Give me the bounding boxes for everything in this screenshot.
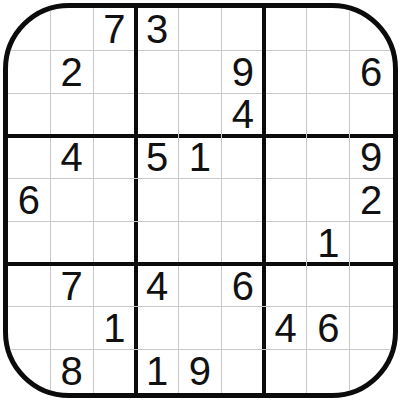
cell-r4c2[interactable]: 4 [50,136,93,179]
cell-r2c8[interactable] [307,50,350,93]
cell-r3c1[interactable] [8,93,51,136]
cell-r8c9[interactable] [350,307,393,350]
cell-r3c5[interactable] [179,93,222,136]
cell-r4c3[interactable] [93,136,136,179]
cell-r1c7[interactable] [264,8,307,51]
cell-r8c8[interactable]: 6 [307,307,350,350]
cell-r7c6[interactable]: 6 [221,264,264,307]
cell-r1c2[interactable] [50,8,93,51]
cell-r2c9[interactable]: 6 [350,50,393,93]
cell-r6c9[interactable] [350,221,393,264]
cell-r8c6[interactable] [221,307,264,350]
sudoku-board: 7329644519621746146819 [0,0,400,400]
cell-r6c7[interactable] [264,221,307,264]
cell-r3c7[interactable] [264,93,307,136]
cell-r4c4[interactable]: 5 [136,136,179,179]
cell-r2c2[interactable]: 2 [50,50,93,93]
cell-r2c3[interactable] [93,50,136,93]
cell-r1c3[interactable]: 7 [93,8,136,51]
cell-r1c9[interactable] [350,8,393,51]
cell-r8c2[interactable] [50,307,93,350]
cell-r9c3[interactable] [93,350,136,393]
cell-r5c8[interactable] [307,179,350,222]
cell-r6c4[interactable] [136,221,179,264]
cell-r5c2[interactable] [50,179,93,222]
cell-r9c7[interactable] [264,350,307,393]
cell-r3c2[interactable] [50,93,93,136]
board-frame: 7329644519621746146819 [3,3,398,398]
cell-r7c3[interactable] [93,264,136,307]
cell-r8c3[interactable]: 1 [93,307,136,350]
cell-r1c6[interactable] [221,8,264,51]
cell-r2c6[interactable]: 9 [221,50,264,93]
cell-r1c1[interactable] [8,8,51,51]
cell-grid: 7329644519621746146819 [8,8,393,393]
cell-r7c4[interactable]: 4 [136,264,179,307]
cell-r5c1[interactable]: 6 [8,179,51,222]
cell-r6c1[interactable] [8,221,51,264]
cell-r2c5[interactable] [179,50,222,93]
cell-r4c8[interactable] [307,136,350,179]
cell-r3c4[interactable] [136,93,179,136]
cell-r6c8[interactable]: 1 [307,221,350,264]
cell-r7c7[interactable] [264,264,307,307]
cell-r3c6[interactable]: 4 [221,93,264,136]
cell-r6c6[interactable] [221,221,264,264]
cell-r5c6[interactable] [221,179,264,222]
cell-r9c2[interactable]: 8 [50,350,93,393]
cell-r9c9[interactable] [350,350,393,393]
cell-r7c5[interactable] [179,264,222,307]
cell-r2c1[interactable] [8,50,51,93]
cell-r7c1[interactable] [8,264,51,307]
cell-r2c4[interactable] [136,50,179,93]
cell-r6c2[interactable] [50,221,93,264]
cell-r6c3[interactable] [93,221,136,264]
cell-r8c7[interactable]: 4 [264,307,307,350]
cell-r8c4[interactable] [136,307,179,350]
cell-r9c6[interactable] [221,350,264,393]
cell-r8c5[interactable] [179,307,222,350]
cell-r4c6[interactable] [221,136,264,179]
cell-r5c3[interactable] [93,179,136,222]
cell-r1c8[interactable] [307,8,350,51]
cell-r4c7[interactable] [264,136,307,179]
cell-r1c5[interactable] [179,8,222,51]
cell-r9c5[interactable]: 9 [179,350,222,393]
cell-r4c5[interactable]: 1 [179,136,222,179]
cell-r4c9[interactable]: 9 [350,136,393,179]
cell-r1c4[interactable]: 3 [136,8,179,51]
cell-r9c4[interactable]: 1 [136,350,179,393]
cell-r3c3[interactable] [93,93,136,136]
cell-r3c9[interactable] [350,93,393,136]
cell-r7c2[interactable]: 7 [50,264,93,307]
cell-r5c4[interactable] [136,179,179,222]
cell-r8c1[interactable] [8,307,51,350]
cell-r7c8[interactable] [307,264,350,307]
cell-r5c5[interactable] [179,179,222,222]
cell-r9c1[interactable] [8,350,51,393]
cell-r9c8[interactable] [307,350,350,393]
cell-r2c7[interactable] [264,50,307,93]
cell-r7c9[interactable] [350,264,393,307]
cell-r3c8[interactable] [307,93,350,136]
cell-r5c7[interactable] [264,179,307,222]
cell-r5c9[interactable]: 2 [350,179,393,222]
cell-r4c1[interactable] [8,136,51,179]
cell-r6c5[interactable] [179,221,222,264]
